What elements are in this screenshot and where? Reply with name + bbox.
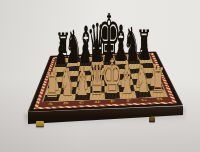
file-label-a: A: [42, 102, 59, 107]
square-h1: [149, 90, 167, 97]
file-label-e: E: [105, 99, 121, 104]
file-label-c: C: [73, 100, 89, 105]
brass-hinge-right: [149, 117, 155, 122]
brass-hinge-left: [36, 121, 44, 127]
square-c1: [74, 93, 90, 101]
file-label-g: G: [136, 98, 153, 103]
square-d1: [90, 92, 105, 100]
file-label-h: H: [151, 97, 168, 102]
square-e1: [105, 92, 121, 99]
square-f1: [119, 91, 135, 98]
square-b1: [59, 94, 75, 102]
chess-board: ABCDEFGH: [28, 51, 183, 112]
chess-set-photo: ABCDEFGH ♜♞♝♛♚♝♞♜♟♟♟♟♟♟♟♟♟♟♟♟♟♟♟♟♜♞♝♛♚♝♞…: [0, 0, 200, 152]
file-label-f: F: [120, 98, 136, 103]
file-label-b: B: [58, 101, 74, 106]
board-grid: [43, 55, 166, 102]
file-label-d: D: [89, 100, 105, 105]
